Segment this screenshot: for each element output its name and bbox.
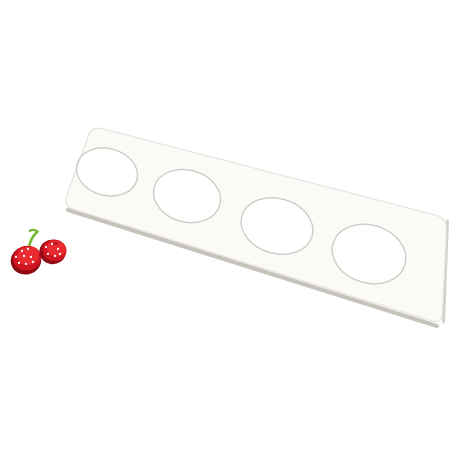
scene-canvas: [0, 0, 460, 460]
berry-right-seed: [54, 255, 56, 257]
berry-left-seed: [15, 256, 17, 258]
berry-left-seed: [18, 262, 20, 264]
berry-left-seed: [32, 261, 34, 263]
product-photo: [0, 0, 460, 460]
berry-left-seed: [21, 250, 23, 252]
berry-right-seed: [57, 248, 59, 250]
berry-left-seed: [23, 255, 25, 257]
berry-right-seed: [47, 253, 49, 255]
berry-right-seed: [51, 243, 53, 245]
berry-right-seed: [59, 253, 61, 255]
berry-left-seed: [30, 256, 32, 258]
berry-left-seed: [27, 248, 29, 250]
berry-left-seed: [25, 263, 27, 265]
berry-right-seed: [45, 246, 47, 248]
